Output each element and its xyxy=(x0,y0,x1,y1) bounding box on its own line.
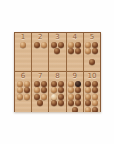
bead-row xyxy=(68,100,81,106)
bead xyxy=(41,81,47,87)
bead xyxy=(34,87,40,93)
bead xyxy=(41,94,47,100)
cell-2: 2 xyxy=(32,33,48,71)
bead-row xyxy=(37,100,43,106)
cell-number: 3 xyxy=(55,33,59,41)
bead xyxy=(92,48,98,54)
bead xyxy=(68,81,74,87)
bead-row xyxy=(68,87,81,93)
bead xyxy=(68,48,74,54)
bead xyxy=(51,100,57,106)
cell-4: 4 xyxy=(67,33,83,71)
bead xyxy=(92,107,98,113)
bead xyxy=(75,42,81,48)
bead xyxy=(75,81,81,87)
bead xyxy=(51,81,57,87)
bead xyxy=(58,42,64,48)
bead xyxy=(92,81,98,87)
cell-number: 5 xyxy=(90,33,94,41)
cell-3: 3 xyxy=(49,33,65,71)
bead xyxy=(75,100,81,106)
bead xyxy=(51,87,57,93)
bead xyxy=(85,100,91,106)
bead xyxy=(75,87,81,93)
bead xyxy=(85,107,91,113)
cell-number: 8 xyxy=(55,72,59,80)
cell-number: 10 xyxy=(87,72,96,80)
cell-1: 1 xyxy=(15,33,31,71)
bead xyxy=(85,48,91,54)
cell-number: 2 xyxy=(38,33,42,41)
bead-row xyxy=(89,59,95,65)
bead xyxy=(37,100,43,106)
bead xyxy=(72,107,78,113)
bead xyxy=(58,87,64,93)
bead-row xyxy=(34,87,47,93)
bead-row xyxy=(85,87,98,93)
bead xyxy=(68,87,74,93)
bead-row xyxy=(72,107,78,113)
bead xyxy=(24,94,30,100)
bead-row xyxy=(85,107,98,113)
bead xyxy=(85,42,91,48)
bead-row xyxy=(68,48,81,54)
bead xyxy=(92,100,98,106)
cell-7: 7 xyxy=(32,72,48,112)
bead-row xyxy=(51,42,64,48)
bead xyxy=(17,81,23,87)
cell-5: 5 xyxy=(84,33,100,71)
bead-row xyxy=(85,81,98,87)
bead-row xyxy=(68,42,81,48)
bead-row xyxy=(51,87,64,93)
bead xyxy=(17,94,23,100)
bead-row xyxy=(68,81,81,87)
bead xyxy=(85,81,91,87)
bead xyxy=(41,42,47,48)
bead xyxy=(68,94,74,100)
cell-9: 9 xyxy=(67,72,83,112)
bead-row xyxy=(17,94,30,100)
bead-row xyxy=(51,94,64,100)
bead xyxy=(85,87,91,93)
bead-row xyxy=(51,100,64,106)
bead xyxy=(92,42,98,48)
bead xyxy=(85,94,91,100)
cell-10: 10 xyxy=(84,72,100,112)
bead-row xyxy=(34,94,47,100)
bead xyxy=(68,100,74,106)
bead xyxy=(54,48,60,54)
bead xyxy=(75,48,81,54)
bead xyxy=(89,59,95,65)
bead xyxy=(24,87,30,93)
bead xyxy=(92,87,98,93)
bead-row xyxy=(51,81,64,87)
bead xyxy=(92,94,98,100)
bead xyxy=(51,94,57,100)
bead xyxy=(17,87,23,93)
bead xyxy=(41,87,47,93)
bead xyxy=(20,42,26,48)
bead xyxy=(58,100,64,106)
bead xyxy=(75,94,81,100)
bead xyxy=(58,94,64,100)
bead-row xyxy=(85,94,98,100)
bead xyxy=(34,94,40,100)
bead xyxy=(34,42,40,48)
bead xyxy=(68,42,74,48)
bead-row xyxy=(85,100,98,106)
cell-number: 9 xyxy=(72,72,76,80)
bead-row xyxy=(17,87,30,93)
cell-8: 8 xyxy=(49,72,65,112)
cell-number: 1 xyxy=(21,33,25,41)
cell-number: 6 xyxy=(21,72,25,80)
bead-row xyxy=(17,81,30,87)
bead xyxy=(51,42,57,48)
bead-row xyxy=(68,94,81,100)
cell-6: 6 xyxy=(15,72,31,112)
bead-row xyxy=(54,48,60,54)
cell-number: 7 xyxy=(38,72,42,80)
bead-row xyxy=(34,42,47,48)
bead xyxy=(24,81,30,87)
bead-row xyxy=(20,42,26,48)
bead xyxy=(58,81,64,87)
bead-row xyxy=(85,42,98,48)
bead-row xyxy=(34,81,47,87)
counting-board: 12345678910 xyxy=(14,32,101,112)
bead xyxy=(34,81,40,87)
cell-number: 4 xyxy=(72,33,76,41)
bead-row xyxy=(85,48,98,54)
